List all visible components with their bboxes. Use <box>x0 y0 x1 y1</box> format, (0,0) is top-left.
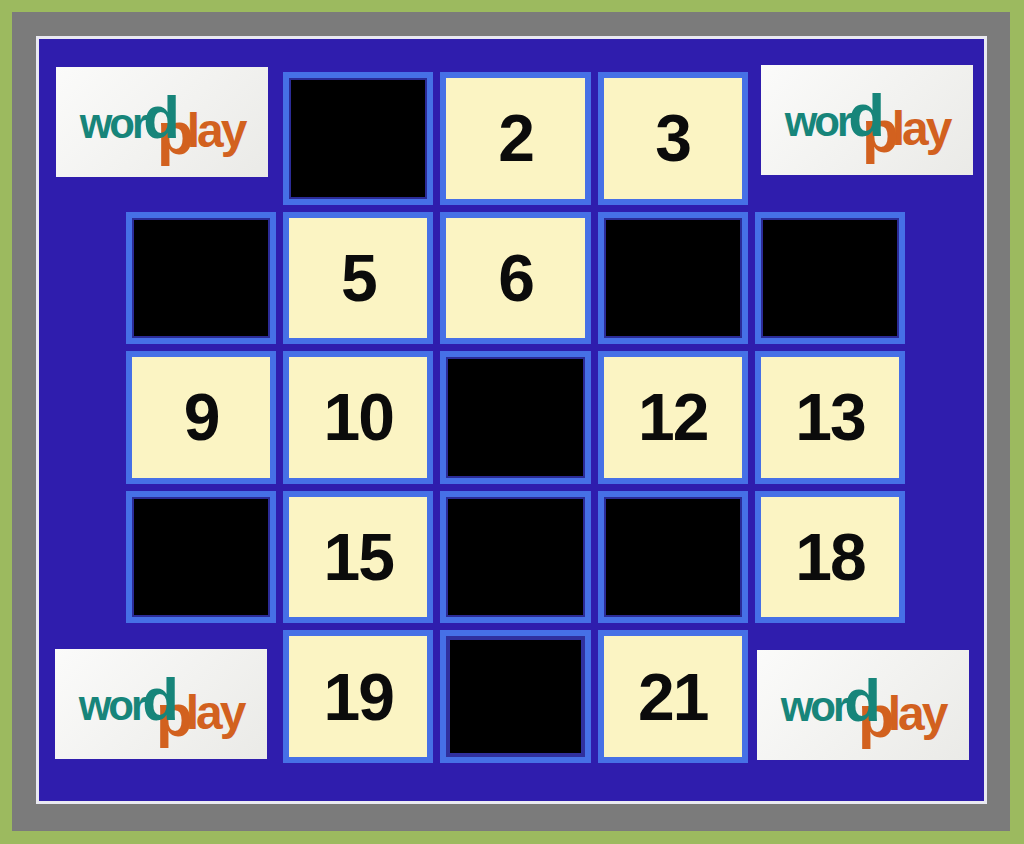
logo-text-lay: lay <box>892 105 950 153</box>
wordplay-logo-bottom-right: wor d p lay <box>757 650 969 760</box>
wordplay-wordmark: wor d p lay <box>56 88 268 148</box>
cell-5[interactable]: 5 <box>283 212 433 345</box>
cell-18[interactable]: 18 <box>755 491 905 624</box>
logo-text-d: d <box>844 671 878 731</box>
logo-text-d: d <box>848 86 882 146</box>
logo-text-wor: wor <box>79 685 145 727</box>
logo-text-lay: lay <box>187 107 245 155</box>
wordplay-logo-bottom-left: wor d p lay <box>55 649 267 759</box>
cell-21[interactable]: 21 <box>598 630 748 763</box>
wordplay-wordmark: wor d p lay <box>761 86 973 146</box>
logo-text-lay: lay <box>186 689 244 737</box>
cell-3[interactable]: 3 <box>598 72 748 205</box>
wordplay-wordmark: wor d p lay <box>757 671 969 731</box>
black-cell-7 <box>598 212 748 345</box>
wordplay-puzzle-page: 2356910121315181921 wor d p lay wor d p … <box>0 0 1024 844</box>
cell-13[interactable]: 13 <box>755 351 905 484</box>
cell-12[interactable]: 12 <box>598 351 748 484</box>
cell-2[interactable]: 2 <box>440 72 590 205</box>
cell-15[interactable]: 15 <box>283 491 433 624</box>
logo-text-wor: wor <box>785 101 851 143</box>
logo-text-d: d <box>142 670 176 730</box>
black-cell-1 <box>283 72 433 205</box>
black-cell-8 <box>755 212 905 345</box>
black-cell-16 <box>440 491 590 624</box>
black-cell-14 <box>126 491 276 624</box>
cell-10[interactable]: 10 <box>283 351 433 484</box>
logo-text-lay: lay <box>888 690 946 738</box>
logo-text-d: d <box>143 88 177 148</box>
cell-19[interactable]: 19 <box>283 630 433 763</box>
cell-9[interactable]: 9 <box>126 351 276 484</box>
black-cell-20 <box>440 630 590 763</box>
wordplay-logo-top-right: wor d p lay <box>761 65 973 175</box>
black-cell-17 <box>598 491 748 624</box>
wordplay-wordmark: wor d p lay <box>55 670 267 730</box>
wordplay-logo-top-left: wor d p lay <box>56 67 268 177</box>
black-cell-4 <box>126 212 276 345</box>
black-cell-11 <box>440 351 590 484</box>
cell-6[interactable]: 6 <box>440 212 590 345</box>
logo-text-wor: wor <box>781 686 847 728</box>
logo-text-wor: wor <box>80 103 146 145</box>
